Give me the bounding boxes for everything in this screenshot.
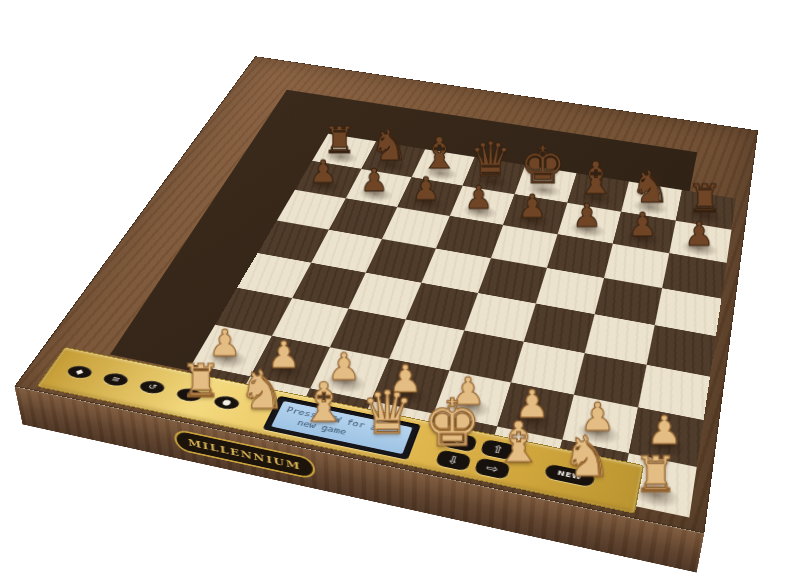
square-g6[interactable] (604, 244, 669, 288)
white-rook-h1[interactable]: ♜ (611, 449, 701, 499)
square-c6[interactable] (382, 207, 450, 248)
function-button-1[interactable]: ◆ (65, 364, 95, 380)
board-inner-margin: ♜♞♝♛♚♝♞♜♟♟♟♟♟♟♟♟♟♟♟♟♟♟♟♟♜♞♝♛♚♝♞♜ (110, 90, 697, 462)
board-frame-top: ♜♞♝♛♚♝♞♜♟♟♟♟♟♟♟♟♟♟♟♟♟♟♟♟♜♞♝♛♚♝♞♜ ◆≡↺?● P… (14, 56, 758, 533)
function-button-2[interactable]: ≡ (101, 372, 131, 388)
black-pawn-h7[interactable]: ♟ (663, 217, 736, 250)
square-d5[interactable] (421, 248, 491, 293)
product-photo-stage: ♜♞♝♛♚♝♞♜♟♟♟♟♟♟♟♟♟♟♟♟♟♟♟♟♜♞♝♛♚♝♞♜ ◆≡↺?● P… (0, 0, 786, 587)
scene: ♜♞♝♛♚♝♞♜♟♟♟♟♟♟♟♟♟♟♟♟♟♟♟♟♜♞♝♛♚♝♞♜ ◆≡↺?● P… (0, 0, 786, 587)
white-pawn-h2[interactable]: ♟ (621, 410, 707, 450)
chess-computer: ♜♞♝♛♚♝♞♜♟♟♟♟♟♟♟♟♟♟♟♟♟♟♟♟♜♞♝♛♚♝♞♜ ◆≡↺?● P… (14, 56, 758, 533)
black-rook-h8[interactable]: ♜ (670, 179, 740, 218)
